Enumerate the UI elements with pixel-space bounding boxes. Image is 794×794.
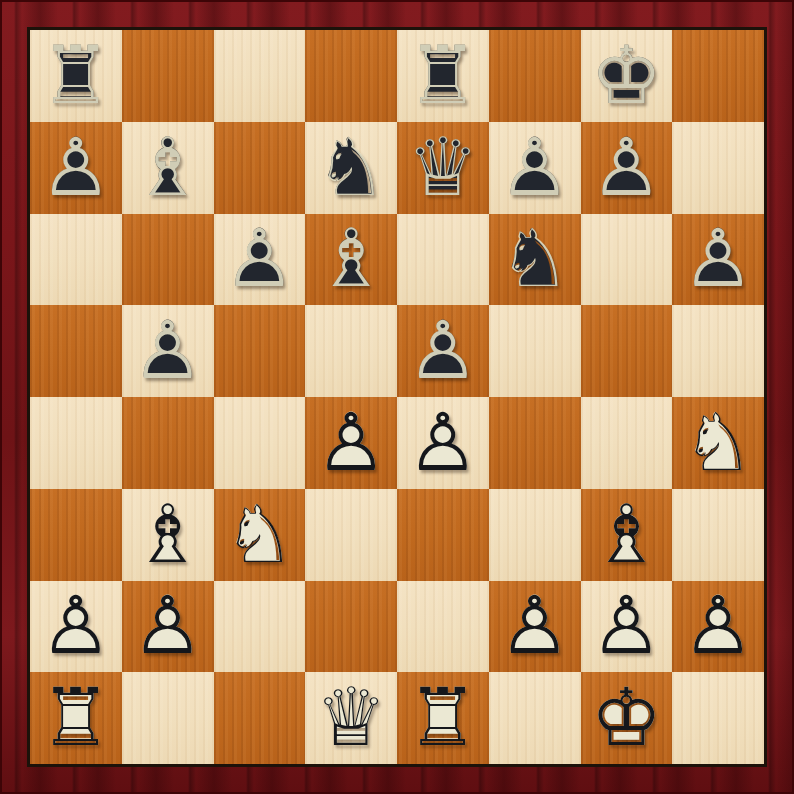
- square-g7[interactable]: ♟♙: [581, 122, 673, 214]
- piece-glyph-outline: ♙: [30, 122, 122, 214]
- black-bishop-b7[interactable]: ♝♗: [122, 122, 214, 214]
- piece-glyph-outline: ♕: [305, 672, 397, 764]
- white-pawn-h2[interactable]: ♟♙: [672, 581, 764, 673]
- black-queen-e7[interactable]: ♛♕: [397, 122, 489, 214]
- piece-glyph-fill: ♟: [397, 397, 489, 489]
- square-f7[interactable]: ♟♙: [489, 122, 581, 214]
- square-f1[interactable]: [489, 672, 581, 764]
- piece-glyph-fill: ♟: [30, 122, 122, 214]
- square-c3[interactable]: ♞♘: [214, 489, 306, 581]
- piece-glyph-outline: ♔: [581, 672, 673, 764]
- white-bishop-g3[interactable]: ♝♗: [581, 489, 673, 581]
- square-e6[interactable]: [397, 214, 489, 306]
- square-a3[interactable]: [30, 489, 122, 581]
- white-pawn-g2[interactable]: ♟♙: [581, 581, 673, 673]
- piece-glyph-fill: ♝: [305, 214, 397, 306]
- black-pawn-e5[interactable]: ♟♙: [397, 305, 489, 397]
- square-d2[interactable]: [305, 581, 397, 673]
- piece-glyph-fill: ♜: [30, 30, 122, 122]
- piece-glyph-outline: ♙: [397, 397, 489, 489]
- square-b7[interactable]: ♝♗: [122, 122, 214, 214]
- white-rook-e1[interactable]: ♜♖: [397, 672, 489, 764]
- black-pawn-h6[interactable]: ♟♙: [672, 214, 764, 306]
- piece-glyph-outline: ♙: [30, 581, 122, 673]
- piece-glyph-fill: ♜: [397, 672, 489, 764]
- piece-glyph-outline: ♕: [397, 122, 489, 214]
- piece-glyph-fill: ♞: [489, 214, 581, 306]
- piece-glyph-outline: ♙: [581, 122, 673, 214]
- square-f2[interactable]: ♟♙: [489, 581, 581, 673]
- square-a6[interactable]: [30, 214, 122, 306]
- square-d6[interactable]: ♝♗: [305, 214, 397, 306]
- square-e3[interactable]: [397, 489, 489, 581]
- square-e5[interactable]: ♟♙: [397, 305, 489, 397]
- piece-glyph-fill: ♞: [305, 122, 397, 214]
- square-h6[interactable]: ♟♙: [672, 214, 764, 306]
- black-knight-f6[interactable]: ♞♘: [489, 214, 581, 306]
- piece-glyph-outline: ♙: [489, 122, 581, 214]
- square-e8[interactable]: ♜♖: [397, 30, 489, 122]
- black-pawn-b5[interactable]: ♟♙: [122, 305, 214, 397]
- square-c1[interactable]: [214, 672, 306, 764]
- square-c5[interactable]: [214, 305, 306, 397]
- black-pawn-c6[interactable]: ♟♙: [214, 214, 306, 306]
- square-c8[interactable]: [214, 30, 306, 122]
- white-pawn-b2[interactable]: ♟♙: [122, 581, 214, 673]
- square-h7[interactable]: [672, 122, 764, 214]
- square-g2[interactable]: ♟♙: [581, 581, 673, 673]
- square-b6[interactable]: [122, 214, 214, 306]
- square-a5[interactable]: [30, 305, 122, 397]
- black-pawn-a7[interactable]: ♟♙: [30, 122, 122, 214]
- black-knight-d7[interactable]: ♞♘: [305, 122, 397, 214]
- piece-glyph-fill: ♟: [122, 581, 214, 673]
- chess-board: ♜♖♜♖♚♔♟♙♝♗♞♘♛♕♟♙♟♙♟♙♝♗♞♘♟♙♟♙♟♙♟♙♟♙♞♘♝♗♞♘…: [27, 27, 767, 767]
- piece-glyph-fill: ♚: [581, 30, 673, 122]
- square-g8[interactable]: ♚♔: [581, 30, 673, 122]
- square-f6[interactable]: ♞♘: [489, 214, 581, 306]
- piece-glyph-fill: ♟: [30, 581, 122, 673]
- piece-glyph-outline: ♖: [30, 30, 122, 122]
- square-d5[interactable]: [305, 305, 397, 397]
- square-b1[interactable]: [122, 672, 214, 764]
- square-g1[interactable]: ♚♔: [581, 672, 673, 764]
- piece-glyph-fill: ♜: [397, 30, 489, 122]
- square-g3[interactable]: ♝♗: [581, 489, 673, 581]
- white-bishop-b3[interactable]: ♝♗: [122, 489, 214, 581]
- square-d8[interactable]: [305, 30, 397, 122]
- square-g4[interactable]: [581, 397, 673, 489]
- piece-glyph-outline: ♙: [122, 305, 214, 397]
- black-king-g8[interactable]: ♚♔: [581, 30, 673, 122]
- square-b2[interactable]: ♟♙: [122, 581, 214, 673]
- piece-glyph-outline: ♖: [30, 672, 122, 764]
- white-pawn-d4[interactable]: ♟♙: [305, 397, 397, 489]
- white-pawn-a2[interactable]: ♟♙: [30, 581, 122, 673]
- square-b8[interactable]: [122, 30, 214, 122]
- piece-glyph-fill: ♟: [581, 122, 673, 214]
- piece-glyph-fill: ♟: [489, 122, 581, 214]
- square-a7[interactable]: ♟♙: [30, 122, 122, 214]
- black-rook-a8[interactable]: ♜♖: [30, 30, 122, 122]
- black-rook-e8[interactable]: ♜♖: [397, 30, 489, 122]
- piece-glyph-outline: ♙: [672, 214, 764, 306]
- square-f3[interactable]: [489, 489, 581, 581]
- piece-glyph-fill: ♛: [397, 122, 489, 214]
- square-a4[interactable]: [30, 397, 122, 489]
- square-f4[interactable]: [489, 397, 581, 489]
- square-d7[interactable]: ♞♘: [305, 122, 397, 214]
- piece-glyph-outline: ♙: [672, 581, 764, 673]
- piece-glyph-fill: ♞: [214, 489, 306, 581]
- black-pawn-g7[interactable]: ♟♙: [581, 122, 673, 214]
- black-pawn-f7[interactable]: ♟♙: [489, 122, 581, 214]
- square-a8[interactable]: ♜♖: [30, 30, 122, 122]
- square-b3[interactable]: ♝♗: [122, 489, 214, 581]
- piece-glyph-fill: ♟: [305, 397, 397, 489]
- square-c2[interactable]: [214, 581, 306, 673]
- white-king-g1[interactable]: ♚♔: [581, 672, 673, 764]
- square-a1[interactable]: ♜♖: [30, 672, 122, 764]
- piece-glyph-outline: ♖: [397, 30, 489, 122]
- piece-glyph-fill: ♚: [581, 672, 673, 764]
- square-f5[interactable]: [489, 305, 581, 397]
- square-d3[interactable]: [305, 489, 397, 581]
- square-a2[interactable]: ♟♙: [30, 581, 122, 673]
- piece-glyph-outline: ♙: [305, 397, 397, 489]
- square-h1[interactable]: [672, 672, 764, 764]
- square-d4[interactable]: ♟♙: [305, 397, 397, 489]
- white-rook-a1[interactable]: ♜♖: [30, 672, 122, 764]
- square-b5[interactable]: ♟♙: [122, 305, 214, 397]
- square-h3[interactable]: [672, 489, 764, 581]
- piece-glyph-outline: ♙: [122, 581, 214, 673]
- board-frame: ♜♖♜♖♚♔♟♙♝♗♞♘♛♕♟♙♟♙♟♙♝♗♞♘♟♙♟♙♟♙♟♙♟♙♞♘♝♗♞♘…: [0, 0, 794, 794]
- square-f8[interactable]: [489, 30, 581, 122]
- square-h8[interactable]: [672, 30, 764, 122]
- square-d1[interactable]: ♛♕: [305, 672, 397, 764]
- piece-glyph-outline: ♘: [489, 214, 581, 306]
- piece-glyph-fill: ♛: [305, 672, 397, 764]
- piece-glyph-outline: ♗: [305, 214, 397, 306]
- piece-glyph-outline: ♖: [397, 672, 489, 764]
- piece-glyph-outline: ♗: [581, 489, 673, 581]
- piece-glyph-fill: ♟: [672, 214, 764, 306]
- square-e2[interactable]: [397, 581, 489, 673]
- piece-glyph-fill: ♟: [489, 581, 581, 673]
- piece-glyph-outline: ♔: [581, 30, 673, 122]
- square-b4[interactable]: [122, 397, 214, 489]
- piece-glyph-fill: ♝: [581, 489, 673, 581]
- white-pawn-e4[interactable]: ♟♙: [397, 397, 489, 489]
- piece-glyph-outline: ♗: [122, 122, 214, 214]
- piece-glyph-fill: ♟: [672, 581, 764, 673]
- piece-glyph-outline: ♙: [214, 214, 306, 306]
- square-e1[interactable]: ♜♖: [397, 672, 489, 764]
- piece-glyph-outline: ♙: [397, 305, 489, 397]
- square-h4[interactable]: ♞♘: [672, 397, 764, 489]
- white-knight-c3[interactable]: ♞♘: [214, 489, 306, 581]
- square-h2[interactable]: ♟♙: [672, 581, 764, 673]
- square-g6[interactable]: [581, 214, 673, 306]
- piece-glyph-outline: ♙: [489, 581, 581, 673]
- piece-glyph-outline: ♘: [305, 122, 397, 214]
- piece-glyph-outline: ♙: [581, 581, 673, 673]
- piece-glyph-outline: ♗: [122, 489, 214, 581]
- square-e4[interactable]: ♟♙: [397, 397, 489, 489]
- square-c6[interactable]: ♟♙: [214, 214, 306, 306]
- square-e7[interactable]: ♛♕: [397, 122, 489, 214]
- square-c4[interactable]: [214, 397, 306, 489]
- white-pawn-f2[interactable]: ♟♙: [489, 581, 581, 673]
- piece-glyph-fill: ♝: [122, 489, 214, 581]
- piece-glyph-outline: ♘: [214, 489, 306, 581]
- piece-glyph-fill: ♟: [581, 581, 673, 673]
- white-knight-h4[interactable]: ♞♘: [672, 397, 764, 489]
- piece-glyph-fill: ♟: [397, 305, 489, 397]
- black-bishop-d6[interactable]: ♝♗: [305, 214, 397, 306]
- square-c7[interactable]: [214, 122, 306, 214]
- piece-glyph-fill: ♟: [122, 305, 214, 397]
- square-h5[interactable]: [672, 305, 764, 397]
- piece-glyph-fill: ♜: [30, 672, 122, 764]
- white-queen-d1[interactable]: ♛♕: [305, 672, 397, 764]
- piece-glyph-fill: ♝: [122, 122, 214, 214]
- piece-glyph-outline: ♘: [672, 397, 764, 489]
- square-g5[interactable]: [581, 305, 673, 397]
- piece-glyph-fill: ♞: [672, 397, 764, 489]
- piece-glyph-fill: ♟: [214, 214, 306, 306]
